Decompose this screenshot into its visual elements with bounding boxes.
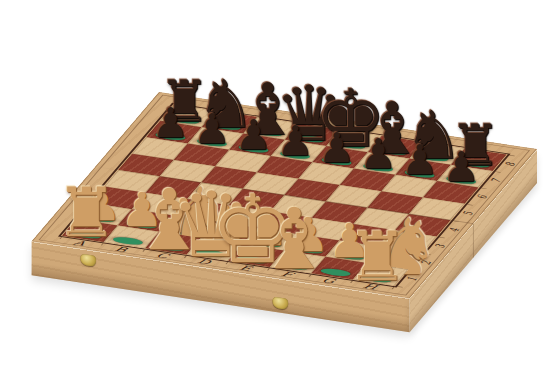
black-pawn-icon: ♟ (318, 128, 355, 169)
black-pawn-icon: ♟ (443, 147, 480, 188)
black-pawn-icon: ♟ (277, 122, 314, 163)
black-pawn-icon: ♟ (401, 140, 438, 181)
frame-tick (509, 155, 515, 156)
black-pawn-icon: ♟ (193, 109, 230, 150)
chess-set-photo: ABCDEFGH12345678 ♜♞♝♛♚♝♞♜♟♟♟♟♟♟♟♟♟♟♟♟♟♟♟… (0, 0, 560, 373)
square-h1[interactable]: ♜ (353, 263, 409, 286)
black-pawn-icon: ♟ (360, 134, 397, 175)
black-pawn-icon: ♟ (152, 103, 189, 144)
white-rook[interactable]: ♜ (377, 279, 438, 347)
black-pawn-icon: ♟ (235, 115, 272, 156)
white-rook-icon: ♜ (347, 223, 408, 291)
